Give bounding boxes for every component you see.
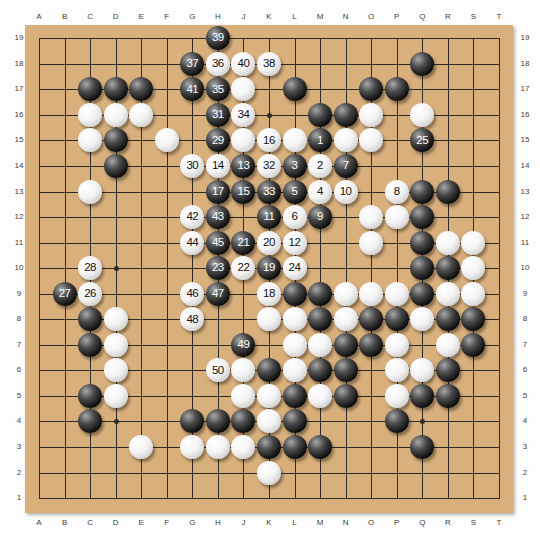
stone-white-C9[interactable]: 26 <box>78 282 102 306</box>
move-number: 37 <box>186 58 198 70</box>
coord-label-left-6: 6 <box>9 365 29 375</box>
coord-label-right-3: 3 <box>515 442 535 452</box>
stone-white-L6[interactable] <box>283 358 307 382</box>
stone-white-K11[interactable]: 20 <box>257 231 281 255</box>
goban[interactable]: 3937364038413531342916125301413323271715… <box>25 25 513 513</box>
stone-white-H14[interactable]: 14 <box>206 154 230 178</box>
move-number: 48 <box>186 314 198 326</box>
coord-label-left-1: 1 <box>9 493 29 503</box>
stone-white-D6[interactable] <box>104 358 128 382</box>
coord-label-right-15: 15 <box>515 135 535 145</box>
move-number: 2 <box>317 160 323 172</box>
move-number: 19 <box>263 262 275 274</box>
stone-white-O15[interactable] <box>359 128 383 152</box>
coord-label-right-16: 16 <box>515 110 535 120</box>
coord-label-right-10: 10 <box>515 263 535 273</box>
stone-black-Q5[interactable] <box>410 384 434 408</box>
stone-white-N8[interactable] <box>334 307 358 331</box>
stone-black-K3[interactable] <box>257 435 281 459</box>
stone-black-H17[interactable]: 35 <box>206 77 230 101</box>
stone-black-Q9[interactable] <box>410 282 434 306</box>
stone-white-O16[interactable] <box>359 103 383 127</box>
stone-black-J14[interactable]: 13 <box>231 154 255 178</box>
coord-label-bottom-N: N <box>336 518 356 528</box>
coord-label-bottom-B: B <box>55 518 75 528</box>
stone-black-G18[interactable]: 37 <box>180 52 204 76</box>
stone-white-L11[interactable]: 12 <box>283 231 307 255</box>
stone-black-C17[interactable] <box>78 77 102 101</box>
coord-label-left-4: 4 <box>9 416 29 426</box>
move-number: 13 <box>237 160 249 172</box>
stone-white-G9[interactable]: 46 <box>180 282 204 306</box>
coord-label-right-6: 6 <box>515 365 535 375</box>
move-number: 39 <box>212 32 224 44</box>
coord-label-top-M: M <box>310 12 330 22</box>
stone-black-J4[interactable] <box>231 409 255 433</box>
stone-white-L7[interactable] <box>283 333 307 357</box>
stone-white-M14[interactable]: 2 <box>308 154 332 178</box>
coord-label-right-5: 5 <box>515 391 535 401</box>
move-number: 14 <box>212 160 224 172</box>
stone-white-J3[interactable] <box>231 435 255 459</box>
stone-black-G4[interactable] <box>180 409 204 433</box>
coord-label-right-14: 14 <box>515 161 535 171</box>
stone-white-Q6[interactable] <box>410 358 434 382</box>
coord-label-bottom-L: L <box>285 518 305 528</box>
stone-black-M6[interactable] <box>308 358 332 382</box>
move-number: 21 <box>237 237 249 249</box>
coord-label-right-4: 4 <box>515 416 535 426</box>
stone-white-E3[interactable] <box>129 435 153 459</box>
coord-label-right-19: 19 <box>515 33 535 43</box>
move-number: 42 <box>186 211 198 223</box>
coord-label-bottom-Q: Q <box>412 518 432 528</box>
move-number: 36 <box>212 58 224 70</box>
stone-black-R8[interactable] <box>436 307 460 331</box>
stone-white-C10[interactable]: 28 <box>78 256 102 280</box>
stone-white-J6[interactable] <box>231 358 255 382</box>
move-number: 18 <box>263 288 275 300</box>
stone-white-D5[interactable] <box>104 384 128 408</box>
stone-white-D8[interactable] <box>104 307 128 331</box>
move-number: 12 <box>289 237 301 249</box>
move-number: 1 <box>317 135 323 147</box>
stone-black-N5[interactable] <box>334 384 358 408</box>
stone-white-G14[interactable]: 30 <box>180 154 204 178</box>
stone-white-K5[interactable] <box>257 384 281 408</box>
go-diagram: 3937364038413531342916125301413323271715… <box>0 0 540 540</box>
stone-black-J11[interactable]: 21 <box>231 231 255 255</box>
stone-black-J7[interactable]: 49 <box>231 333 255 357</box>
move-number: 26 <box>84 288 96 300</box>
stone-black-H9[interactable]: 47 <box>206 282 230 306</box>
stone-white-O9[interactable] <box>359 282 383 306</box>
coord-label-bottom-E: E <box>131 518 151 528</box>
move-number: 30 <box>186 160 198 172</box>
stone-black-Q10[interactable] <box>410 256 434 280</box>
coord-label-left-2: 2 <box>9 468 29 478</box>
coord-label-right-12: 12 <box>515 212 535 222</box>
move-number: 23 <box>212 262 224 274</box>
coord-label-bottom-R: R <box>438 518 458 528</box>
coord-label-top-T: T <box>489 12 509 22</box>
coord-label-right-8: 8 <box>515 314 535 324</box>
stone-black-H12[interactable]: 43 <box>206 205 230 229</box>
move-number: 10 <box>340 186 352 198</box>
stone-black-P8[interactable] <box>385 307 409 331</box>
stone-black-C7[interactable] <box>78 333 102 357</box>
stone-white-R11[interactable] <box>436 231 460 255</box>
coord-label-bottom-K: K <box>259 518 279 528</box>
stone-black-N16[interactable] <box>334 103 358 127</box>
stone-white-O11[interactable] <box>359 231 383 255</box>
stone-black-Q15[interactable]: 25 <box>410 128 434 152</box>
coord-label-bottom-A: A <box>29 518 49 528</box>
coord-label-left-5: 5 <box>9 391 29 401</box>
stone-white-M7[interactable] <box>308 333 332 357</box>
move-number: 44 <box>186 237 198 249</box>
stone-white-P13[interactable]: 8 <box>385 180 409 204</box>
stone-white-M5[interactable] <box>308 384 332 408</box>
stone-black-R6[interactable] <box>436 358 460 382</box>
stone-black-H11[interactable]: 45 <box>206 231 230 255</box>
stone-black-M3[interactable] <box>308 435 332 459</box>
coord-label-bottom-G: G <box>182 518 202 528</box>
coord-label-top-G: G <box>182 12 202 22</box>
move-number: 46 <box>186 288 198 300</box>
stone-black-J13[interactable]: 15 <box>231 180 255 204</box>
coord-label-left-8: 8 <box>9 314 29 324</box>
stone-white-H18[interactable]: 36 <box>206 52 230 76</box>
move-number: 27 <box>59 288 71 300</box>
stone-white-P7[interactable] <box>385 333 409 357</box>
coord-label-left-3: 3 <box>9 442 29 452</box>
stone-black-L14[interactable]: 3 <box>283 154 307 178</box>
stone-black-C8[interactable] <box>78 307 102 331</box>
stone-white-D7[interactable] <box>104 333 128 357</box>
coord-label-bottom-S: S <box>463 518 483 528</box>
stone-white-H3[interactable] <box>206 435 230 459</box>
coord-label-top-O: O <box>361 12 381 22</box>
move-number: 40 <box>237 58 249 70</box>
coord-label-top-E: E <box>131 12 151 22</box>
coord-label-bottom-J: J <box>233 518 253 528</box>
coord-label-bottom-D: D <box>106 518 126 528</box>
stone-white-O12[interactable] <box>359 205 383 229</box>
stone-black-S8[interactable] <box>461 307 485 331</box>
coord-label-top-H: H <box>208 12 228 22</box>
coord-label-left-17: 17 <box>9 84 29 94</box>
stone-black-M16[interactable] <box>308 103 332 127</box>
move-number: 43 <box>212 211 224 223</box>
stone-black-Q11[interactable] <box>410 231 434 255</box>
move-number: 15 <box>237 186 249 198</box>
stone-white-M13[interactable]: 4 <box>308 180 332 204</box>
coord-label-left-15: 15 <box>9 135 29 145</box>
stone-black-B9[interactable]: 27 <box>53 282 77 306</box>
stone-black-K12[interactable]: 11 <box>257 205 281 229</box>
move-number: 32 <box>263 160 275 172</box>
coord-label-top-J: J <box>233 12 253 22</box>
stone-white-K15[interactable]: 16 <box>257 128 281 152</box>
stone-black-O7[interactable] <box>359 333 383 357</box>
move-number: 6 <box>292 211 298 223</box>
coord-label-right-13: 13 <box>515 187 535 197</box>
coord-label-left-7: 7 <box>9 340 29 350</box>
coord-label-top-D: D <box>106 12 126 22</box>
stone-white-K4[interactable] <box>257 409 281 433</box>
coord-label-bottom-P: P <box>387 518 407 528</box>
coord-label-bottom-H: H <box>208 518 228 528</box>
stone-white-N15[interactable] <box>334 128 358 152</box>
stone-black-M15[interactable]: 1 <box>308 128 332 152</box>
stone-black-D17[interactable] <box>104 77 128 101</box>
coord-label-right-1: 1 <box>515 493 535 503</box>
stone-white-J10[interactable]: 22 <box>231 256 255 280</box>
move-number: 47 <box>212 288 224 300</box>
move-number: 41 <box>186 84 198 96</box>
stone-black-M9[interactable] <box>308 282 332 306</box>
stone-white-C13[interactable] <box>78 180 102 204</box>
move-number: 28 <box>84 262 96 274</box>
stone-black-C5[interactable] <box>78 384 102 408</box>
stone-black-S7[interactable] <box>461 333 485 357</box>
coord-label-top-K: K <box>259 12 279 22</box>
stone-white-R9[interactable] <box>436 282 460 306</box>
stone-white-S10[interactable] <box>461 256 485 280</box>
coord-label-right-9: 9 <box>515 289 535 299</box>
move-number: 17 <box>212 186 224 198</box>
move-number: 45 <box>212 237 224 249</box>
coord-label-bottom-M: M <box>310 518 330 528</box>
move-number: 34 <box>237 109 249 121</box>
coord-label-top-F: F <box>157 12 177 22</box>
stone-black-P4[interactable] <box>385 409 409 433</box>
move-number: 31 <box>212 109 224 121</box>
stone-black-K13[interactable]: 33 <box>257 180 281 204</box>
stone-black-O8[interactable] <box>359 307 383 331</box>
coord-label-top-L: L <box>285 12 305 22</box>
coord-label-bottom-O: O <box>361 518 381 528</box>
stone-white-J17[interactable] <box>231 77 255 101</box>
stone-white-C15[interactable] <box>78 128 102 152</box>
coord-label-right-18: 18 <box>515 59 535 69</box>
stone-white-J18[interactable]: 40 <box>231 52 255 76</box>
move-number: 8 <box>394 186 400 198</box>
stone-black-R13[interactable] <box>436 180 460 204</box>
coord-label-left-9: 9 <box>9 289 29 299</box>
stone-white-P6[interactable] <box>385 358 409 382</box>
star-point-D10 <box>114 266 119 271</box>
move-number: 25 <box>416 135 428 147</box>
stone-black-Q13[interactable] <box>410 180 434 204</box>
stone-black-E17[interactable] <box>129 77 153 101</box>
stone-white-K14[interactable]: 32 <box>257 154 281 178</box>
stone-black-L5[interactable] <box>283 384 307 408</box>
star-point-D4 <box>114 419 119 424</box>
move-number: 38 <box>263 58 275 70</box>
stone-white-K18[interactable]: 38 <box>257 52 281 76</box>
star-point-K16 <box>267 113 272 118</box>
stone-white-L12[interactable]: 6 <box>283 205 307 229</box>
coord-label-top-S: S <box>463 12 483 22</box>
move-number: 22 <box>237 262 249 274</box>
stone-white-D16[interactable] <box>104 103 128 127</box>
stone-white-J5[interactable] <box>231 384 255 408</box>
move-number: 11 <box>263 211 274 223</box>
coord-label-right-7: 7 <box>515 340 535 350</box>
coord-label-right-11: 11 <box>515 238 535 248</box>
stone-black-H4[interactable] <box>206 409 230 433</box>
stone-white-C16[interactable] <box>78 103 102 127</box>
coord-label-bottom-C: C <box>80 518 100 528</box>
coord-label-left-18: 18 <box>9 59 29 69</box>
coord-label-left-10: 10 <box>9 263 29 273</box>
coord-label-left-16: 16 <box>9 110 29 120</box>
stone-black-L13[interactable]: 5 <box>283 180 307 204</box>
coord-label-top-P: P <box>387 12 407 22</box>
stone-white-Q8[interactable] <box>410 307 434 331</box>
grid-line-horizontal <box>39 498 500 499</box>
stone-black-L9[interactable] <box>283 282 307 306</box>
move-number: 16 <box>263 135 275 147</box>
coord-label-left-19: 19 <box>9 33 29 43</box>
move-number: 35 <box>212 84 224 96</box>
stone-black-L3[interactable] <box>283 435 307 459</box>
move-number: 49 <box>237 339 249 351</box>
move-number: 50 <box>212 365 224 377</box>
stone-black-N14[interactable]: 7 <box>334 154 358 178</box>
stone-white-K8[interactable] <box>257 307 281 331</box>
stone-black-M8[interactable] <box>308 307 332 331</box>
stone-white-Q16[interactable] <box>410 103 434 127</box>
stone-black-H15[interactable]: 29 <box>206 128 230 152</box>
stone-white-J15[interactable] <box>231 128 255 152</box>
stone-black-H13[interactable]: 17 <box>206 180 230 204</box>
stone-white-P5[interactable] <box>385 384 409 408</box>
stone-black-K10[interactable]: 19 <box>257 256 281 280</box>
stone-black-N6[interactable] <box>334 358 358 382</box>
coord-label-top-B: B <box>55 12 75 22</box>
stone-black-H16[interactable]: 31 <box>206 103 230 127</box>
move-number: 5 <box>292 186 298 198</box>
stone-white-G8[interactable]: 48 <box>180 307 204 331</box>
stone-white-H6[interactable]: 50 <box>206 358 230 382</box>
move-number: 7 <box>343 160 349 172</box>
coord-label-bottom-F: F <box>157 518 177 528</box>
stone-white-E16[interactable] <box>129 103 153 127</box>
stone-white-G12[interactable]: 42 <box>180 205 204 229</box>
stone-white-R7[interactable] <box>436 333 460 357</box>
coord-label-left-14: 14 <box>9 161 29 171</box>
stone-white-S9[interactable] <box>461 282 485 306</box>
move-number: 3 <box>292 160 298 172</box>
coord-label-right-2: 2 <box>515 468 535 478</box>
stone-white-N9[interactable] <box>334 282 358 306</box>
stone-black-C4[interactable] <box>78 409 102 433</box>
coord-label-top-C: C <box>80 12 100 22</box>
stone-black-Q18[interactable] <box>410 52 434 76</box>
coord-label-left-13: 13 <box>9 187 29 197</box>
stone-white-P9[interactable] <box>385 282 409 306</box>
coord-label-left-12: 12 <box>9 212 29 222</box>
stone-black-L17[interactable] <box>283 77 307 101</box>
stone-white-L8[interactable] <box>283 307 307 331</box>
stone-black-Q12[interactable] <box>410 205 434 229</box>
move-number: 29 <box>212 135 224 147</box>
stone-black-L4[interactable] <box>283 409 307 433</box>
stone-white-G3[interactable] <box>180 435 204 459</box>
stone-white-J16[interactable]: 34 <box>231 103 255 127</box>
stone-white-N13[interactable]: 10 <box>334 180 358 204</box>
coord-label-right-17: 17 <box>515 84 535 94</box>
move-number: 24 <box>289 262 301 274</box>
move-number: 33 <box>263 186 275 198</box>
stone-black-N7[interactable] <box>334 333 358 357</box>
stone-white-K9[interactable]: 18 <box>257 282 281 306</box>
stone-black-D14[interactable] <box>104 154 128 178</box>
stone-white-K2[interactable] <box>257 461 281 485</box>
coord-label-top-Q: Q <box>412 12 432 22</box>
stone-white-S11[interactable] <box>461 231 485 255</box>
star-point-Q4 <box>420 419 425 424</box>
stone-black-O17[interactable] <box>359 77 383 101</box>
coord-label-bottom-T: T <box>489 518 509 528</box>
stone-white-P12[interactable] <box>385 205 409 229</box>
stone-black-H19[interactable]: 39 <box>206 26 230 50</box>
coord-label-left-11: 11 <box>9 238 29 248</box>
move-number: 20 <box>263 237 275 249</box>
stone-black-D15[interactable] <box>104 128 128 152</box>
stone-black-G17[interactable]: 41 <box>180 77 204 101</box>
stone-black-R5[interactable] <box>436 384 460 408</box>
stone-white-F15[interactable] <box>155 128 179 152</box>
stone-black-Q3[interactable] <box>410 435 434 459</box>
grid-line-vertical <box>499 38 500 499</box>
stone-black-K6[interactable] <box>257 358 281 382</box>
move-number: 9 <box>317 211 323 223</box>
stone-white-L10[interactable]: 24 <box>283 256 307 280</box>
coord-label-top-A: A <box>29 12 49 22</box>
coord-label-top-N: N <box>336 12 356 22</box>
stone-black-M12[interactable]: 9 <box>308 205 332 229</box>
stone-black-P17[interactable] <box>385 77 409 101</box>
stone-black-H10[interactable]: 23 <box>206 256 230 280</box>
coord-label-top-R: R <box>438 12 458 22</box>
stone-black-R10[interactable] <box>436 256 460 280</box>
move-number: 4 <box>317 186 323 198</box>
stone-white-L15[interactable] <box>283 128 307 152</box>
stone-white-G11[interactable]: 44 <box>180 231 204 255</box>
